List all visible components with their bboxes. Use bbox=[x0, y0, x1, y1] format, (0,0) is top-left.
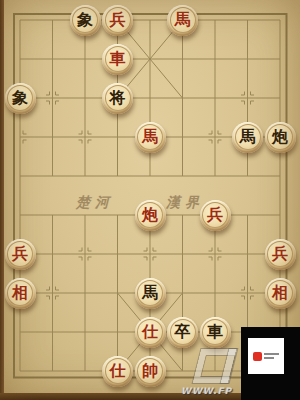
piece-glyph: 卒 bbox=[175, 324, 191, 340]
piece-red-advisor[interactable]: 仕 bbox=[102, 356, 133, 387]
piece-red-general[interactable]: 帥 bbox=[135, 356, 166, 387]
piece-black-horse[interactable]: 馬 bbox=[232, 122, 263, 153]
piece-black-elephant[interactable]: 象 bbox=[5, 83, 36, 114]
piece-glyph: 兵 bbox=[207, 207, 223, 223]
piece-black-soldier[interactable]: 卒 bbox=[167, 317, 198, 348]
piece-glyph: 相 bbox=[272, 285, 288, 301]
piece-red-elephant[interactable]: 相 bbox=[5, 278, 36, 309]
piece-glyph: 兵 bbox=[12, 246, 28, 262]
corner-logo-box bbox=[241, 327, 300, 400]
piece-red-soldier[interactable]: 兵 bbox=[5, 239, 36, 270]
piece-red-elephant[interactable]: 相 bbox=[265, 278, 296, 309]
piece-glyph: 仕 bbox=[110, 363, 126, 379]
piece-glyph: 炮 bbox=[142, 207, 158, 223]
piece-red-cannon[interactable]: 炮 bbox=[135, 200, 166, 231]
piece-glyph: 馬 bbox=[240, 129, 256, 145]
piece-black-horse[interactable]: 馬 bbox=[135, 278, 166, 309]
piece-black-general[interactable]: 将 bbox=[102, 83, 133, 114]
piece-red-soldier[interactable]: 兵 bbox=[200, 200, 231, 231]
piece-red-horse[interactable]: 馬 bbox=[167, 5, 198, 36]
piece-glyph: 馬 bbox=[142, 285, 158, 301]
piece-glyph: 仕 bbox=[142, 324, 158, 340]
xiangqi-app-screen: 楚河 漢界 象兵馬車象将馬馬炮炮兵兵兵相馬相仕卒車仕帥 WWW.FP bbox=[0, 0, 300, 400]
red-app-logo-icon bbox=[253, 352, 262, 361]
piece-black-elephant[interactable]: 象 bbox=[70, 5, 101, 36]
piece-black-cannon[interactable]: 炮 bbox=[265, 122, 296, 153]
board-left-edge bbox=[0, 0, 4, 400]
corner-logo-panel bbox=[248, 338, 284, 374]
piece-glyph: 馬 bbox=[175, 12, 191, 28]
piece-glyph: 相 bbox=[12, 285, 28, 301]
piece-glyph: 兵 bbox=[272, 246, 288, 262]
logo-caption-bars bbox=[264, 353, 279, 359]
piece-red-chariot[interactable]: 車 bbox=[102, 44, 133, 75]
piece-glyph: 馬 bbox=[142, 129, 158, 145]
piece-glyph: 将 bbox=[110, 90, 126, 106]
piece-glyph: 帥 bbox=[142, 363, 158, 379]
piece-glyph: 象 bbox=[77, 12, 93, 28]
piece-glyph: 兵 bbox=[110, 12, 126, 28]
piece-red-advisor[interactable]: 仕 bbox=[135, 317, 166, 348]
piece-glyph: 車 bbox=[207, 324, 223, 340]
piece-red-soldier[interactable]: 兵 bbox=[102, 5, 133, 36]
piece-glyph: 象 bbox=[12, 90, 28, 106]
piece-red-horse[interactable]: 馬 bbox=[135, 122, 166, 153]
piece-black-chariot[interactable]: 車 bbox=[200, 317, 231, 348]
piece-glyph: 車 bbox=[110, 51, 126, 67]
piece-red-soldier[interactable]: 兵 bbox=[265, 239, 296, 270]
piece-glyph: 炮 bbox=[272, 129, 288, 145]
